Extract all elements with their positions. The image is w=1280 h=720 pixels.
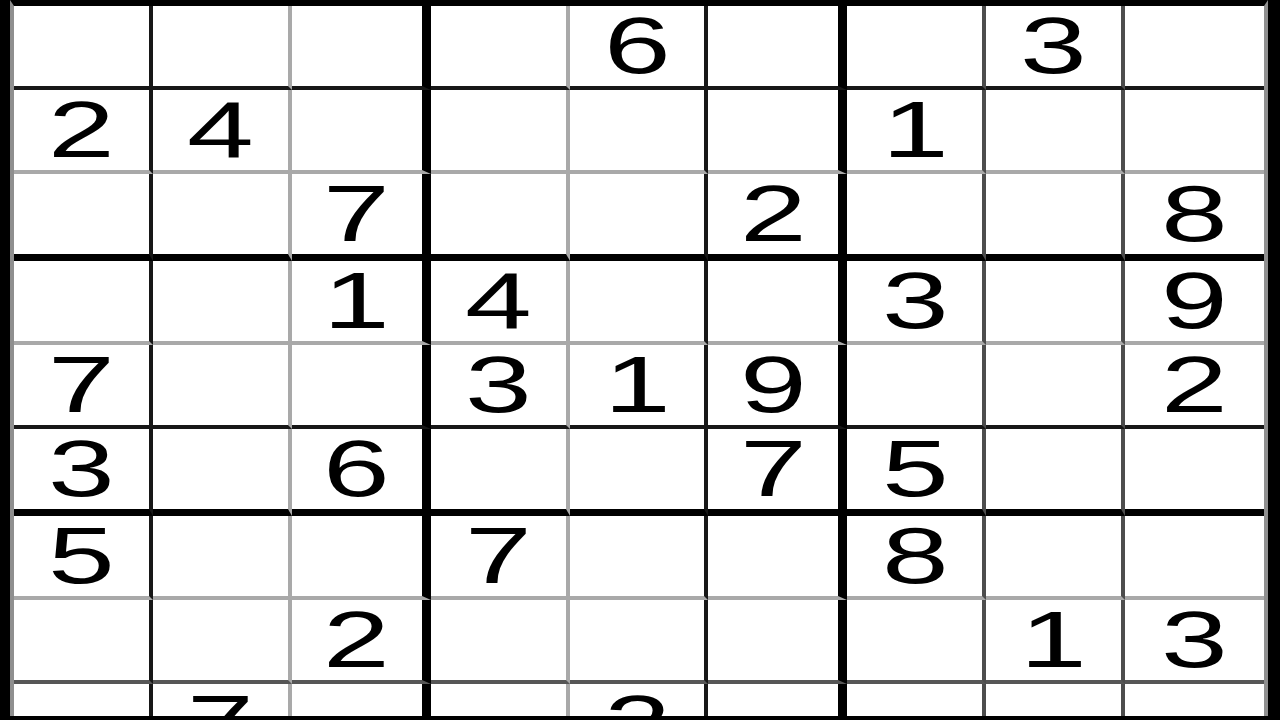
cell-r5c8[interactable] xyxy=(986,345,1125,429)
given-digit: 3 xyxy=(1020,6,1087,86)
cell-r9c5[interactable]: 2 xyxy=(570,684,709,720)
cell-r4c6[interactable] xyxy=(708,261,847,345)
cell-r7c4[interactable]: 7 xyxy=(431,516,570,600)
cell-r6c1[interactable]: 3 xyxy=(14,429,153,516)
cell-r9c8[interactable] xyxy=(986,684,1125,720)
cell-r9c7[interactable] xyxy=(847,684,986,720)
cell-r8c8[interactable]: 1 xyxy=(986,600,1125,684)
cell-r3c6[interactable]: 2 xyxy=(708,174,847,261)
cell-r4c8[interactable] xyxy=(986,261,1125,345)
cell-r5c2[interactable] xyxy=(153,345,292,429)
given-digit: 5 xyxy=(48,516,115,596)
cell-r4c2[interactable] xyxy=(153,261,292,345)
cell-r1c7[interactable] xyxy=(847,6,986,90)
cell-r3c5[interactable] xyxy=(570,174,709,261)
cell-r3c2[interactable] xyxy=(153,174,292,261)
given-digit: 2 xyxy=(48,90,115,170)
cell-r8c4[interactable] xyxy=(431,600,570,684)
cell-r3c9[interactable]: 8 xyxy=(1125,174,1264,261)
cell-r1c5[interactable]: 6 xyxy=(570,6,709,90)
cell-r4c5[interactable] xyxy=(570,261,709,345)
cell-r4c1[interactable] xyxy=(14,261,153,345)
cell-r7c6[interactable] xyxy=(708,516,847,600)
cell-r1c6[interactable] xyxy=(708,6,847,90)
cell-r7c8[interactable] xyxy=(986,516,1125,600)
given-digit: 8 xyxy=(1161,174,1228,254)
cell-r7c3[interactable] xyxy=(292,516,431,600)
cell-r6c2[interactable] xyxy=(153,429,292,516)
cell-r3c4[interactable] xyxy=(431,174,570,261)
cell-r2c9[interactable] xyxy=(1125,90,1264,174)
cell-r1c1[interactable] xyxy=(14,6,153,90)
cell-r7c9[interactable] xyxy=(1125,516,1264,600)
cell-r1c2[interactable] xyxy=(153,6,292,90)
letterbox-right xyxy=(1268,0,1280,720)
cell-r7c2[interactable] xyxy=(153,516,292,600)
cell-r8c9[interactable]: 3 xyxy=(1125,600,1264,684)
given-digit: 7 xyxy=(465,516,532,596)
cell-r8c1[interactable] xyxy=(14,600,153,684)
cell-r9c3[interactable] xyxy=(292,684,431,720)
cell-r6c3[interactable]: 6 xyxy=(292,429,431,516)
cell-r6c9[interactable] xyxy=(1125,429,1264,516)
given-digit: 3 xyxy=(48,429,115,509)
cell-r1c8[interactable]: 3 xyxy=(986,6,1125,90)
given-digit: 3 xyxy=(1161,600,1228,680)
cell-r9c1[interactable] xyxy=(14,684,153,720)
given-digit: 2 xyxy=(740,174,807,254)
cell-r5c6[interactable]: 9 xyxy=(708,345,847,429)
cell-r5c3[interactable] xyxy=(292,345,431,429)
cell-r1c4[interactable] xyxy=(431,6,570,90)
given-digit: 3 xyxy=(465,345,532,425)
cell-r8c3[interactable]: 2 xyxy=(292,600,431,684)
cell-r2c4[interactable] xyxy=(431,90,570,174)
cell-r8c2[interactable] xyxy=(153,600,292,684)
given-digit: 1 xyxy=(604,345,671,425)
cell-r7c7[interactable]: 8 xyxy=(847,516,986,600)
cell-r4c7[interactable]: 3 xyxy=(847,261,986,345)
given-digit: 7 xyxy=(323,174,390,254)
given-digit: 7 xyxy=(740,429,807,509)
cell-r3c3[interactable]: 7 xyxy=(292,174,431,261)
cell-r4c3[interactable]: 1 xyxy=(292,261,431,345)
given-digit: 1 xyxy=(323,261,390,341)
cell-r2c1[interactable]: 2 xyxy=(14,90,153,174)
cell-r7c1[interactable]: 5 xyxy=(14,516,153,600)
given-digit: 2 xyxy=(604,684,671,720)
given-digit: 7 xyxy=(187,684,254,720)
given-digit: 4 xyxy=(465,261,532,341)
cell-r8c7[interactable] xyxy=(847,600,986,684)
cell-r3c1[interactable] xyxy=(14,174,153,261)
cell-r7c5[interactable] xyxy=(570,516,709,600)
cell-r9c9[interactable] xyxy=(1125,684,1264,720)
cell-r2c6[interactable] xyxy=(708,90,847,174)
cell-r5c4[interactable]: 3 xyxy=(431,345,570,429)
cell-r6c6[interactable]: 7 xyxy=(708,429,847,516)
cell-r4c4[interactable]: 4 xyxy=(431,261,570,345)
cell-r1c3[interactable] xyxy=(292,6,431,90)
cell-r9c4[interactable] xyxy=(431,684,570,720)
given-digit: 1 xyxy=(1020,600,1087,680)
given-digit: 3 xyxy=(881,261,948,341)
cell-r5c9[interactable]: 2 xyxy=(1125,345,1264,429)
cell-r5c7[interactable] xyxy=(847,345,986,429)
cell-r1c9[interactable] xyxy=(1125,6,1264,90)
given-digit: 5 xyxy=(881,429,948,509)
given-digit: 6 xyxy=(604,6,671,86)
given-digit: 9 xyxy=(1161,261,1228,341)
cell-r4c9[interactable]: 9 xyxy=(1125,261,1264,345)
cell-r9c2[interactable]: 7 xyxy=(153,684,292,720)
cell-r6c4[interactable] xyxy=(431,429,570,516)
cell-r6c5[interactable] xyxy=(570,429,709,516)
cell-r3c8[interactable] xyxy=(986,174,1125,261)
given-digit: 2 xyxy=(323,600,390,680)
cell-r3c7[interactable] xyxy=(847,174,986,261)
cell-r6c7[interactable]: 5 xyxy=(847,429,986,516)
given-digit: 2 xyxy=(1161,345,1228,425)
cell-r2c3[interactable] xyxy=(292,90,431,174)
given-digit: 7 xyxy=(48,345,115,425)
cell-r6c8[interactable] xyxy=(986,429,1125,516)
cell-r5c1[interactable]: 7 xyxy=(14,345,153,429)
cell-r2c8[interactable] xyxy=(986,90,1125,174)
sudoku-board: 63241728143973192367557821372 xyxy=(10,0,1268,716)
cell-r2c7[interactable]: 1 xyxy=(847,90,986,174)
given-digit: 1 xyxy=(881,90,948,170)
letterbox-left xyxy=(0,0,10,720)
given-digit: 8 xyxy=(881,516,948,596)
cell-r2c5[interactable] xyxy=(570,90,709,174)
sudoku-page: 63241728143973192367557821372 xyxy=(0,0,1280,720)
given-digit: 9 xyxy=(740,345,807,425)
cell-r8c5[interactable] xyxy=(570,600,709,684)
given-digit: 6 xyxy=(323,429,390,509)
cell-r2c2[interactable]: 4 xyxy=(153,90,292,174)
cell-r8c6[interactable] xyxy=(708,600,847,684)
letterbox-bottom xyxy=(0,716,1280,720)
given-digit: 4 xyxy=(187,90,254,170)
cell-r9c6[interactable] xyxy=(708,684,847,720)
cell-r5c5[interactable]: 1 xyxy=(570,345,709,429)
